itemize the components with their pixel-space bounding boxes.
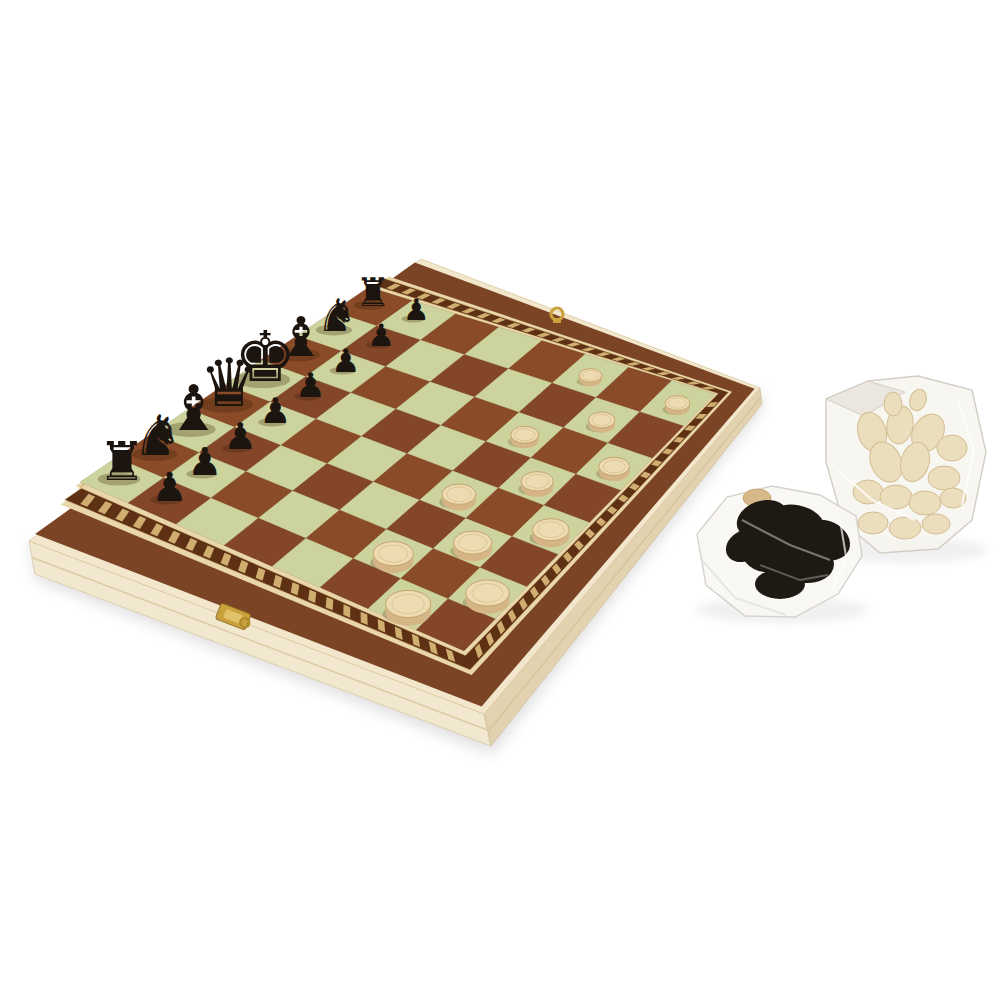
- chess-piece-p: ♟: [367, 317, 395, 353]
- chess-piece-p: ♟: [295, 366, 325, 405]
- chess-piece-p: ♟: [224, 415, 257, 458]
- chess-piece-p: ♟: [188, 439, 223, 484]
- product-photo-stage: ♜♟♞♟♝♟♚♟♛♟♝♟♞♟♜♟: [0, 0, 1000, 1000]
- natural-piece-in-bag: [922, 514, 950, 534]
- natural-piece-in-bag: [858, 512, 888, 534]
- chess-piece-p: ♟: [259, 390, 291, 431]
- natural-piece-in-bag: [884, 392, 902, 416]
- chess-piece-p: ♟: [152, 464, 188, 510]
- natural-piece-in-bag: [937, 435, 967, 461]
- natural-piece-in-bag: [928, 466, 960, 490]
- natural-piece-in-bag: [853, 480, 883, 504]
- black-piece-in-bag: [755, 569, 805, 599]
- chess-piece-r: ♜: [98, 431, 146, 493]
- chess-piece-p: ♟: [403, 293, 430, 327]
- natural-piece-in-bag: [909, 491, 941, 515]
- chess-piece-r: ♜: [355, 269, 390, 315]
- chess-checkers-set-photo: ♜♟♞♟♝♟♚♟♛♟♝♟♞♟♜♟: [0, 0, 1000, 1000]
- natural-piece-in-bag: [889, 517, 921, 539]
- chess-piece-p: ♟: [331, 342, 360, 380]
